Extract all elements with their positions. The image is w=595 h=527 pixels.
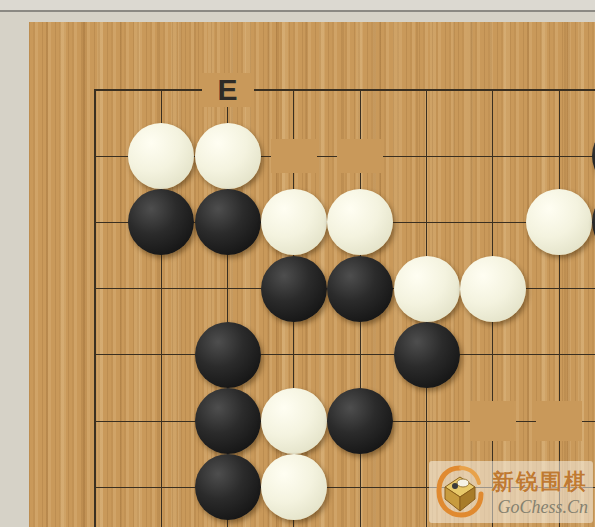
stone-black [195,322,261,388]
watermark: 新锐围棋 GoChess.Cn [429,461,593,523]
stone-white [261,388,327,454]
mark-halo [536,401,582,441]
stone-white [460,256,526,322]
grid-line-vertical [94,89,96,527]
stone-black [327,388,393,454]
stone-black [128,189,194,255]
stone-black [261,256,327,322]
stone-white [128,123,194,189]
window-top-strip [0,0,595,10]
watermark-text-block: 新锐围棋 GoChess.Cn [485,467,593,518]
stone-white [327,189,393,255]
gochess-logo-icon [435,465,485,519]
stone-white [195,123,261,189]
stone-white [394,256,460,322]
label-halo [271,139,317,173]
stone-black [195,388,261,454]
point-label-E: E [205,73,251,107]
screenshot-root: 新锐围棋 GoChess.Cn E [0,0,595,527]
window-divider-line [0,10,595,12]
stone-black [327,256,393,322]
stone-white [261,454,327,520]
watermark-site-text: GoChess.Cn [497,497,588,518]
stone-white [526,189,592,255]
stone-black [195,189,261,255]
stone-black [394,322,460,388]
grid-line-horizontal [94,354,595,355]
go-board: 新锐围棋 GoChess.Cn E [29,22,595,527]
mark-halo [470,401,516,441]
grid-line-horizontal [94,89,595,91]
stone-black [195,454,261,520]
watermark-chinese-text: 新锐围棋 [492,467,588,497]
label-halo [337,139,383,173]
stone-white [261,189,327,255]
